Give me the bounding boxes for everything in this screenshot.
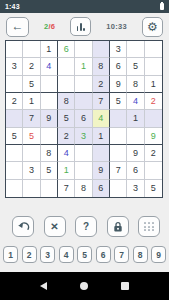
cell-r9c7[interactable]: [110, 180, 127, 197]
num-button-5[interactable]: 5: [77, 246, 92, 263]
cell-r5c2[interactable]: 7: [23, 110, 40, 127]
android-nav-bar: [0, 272, 169, 300]
num-button-3[interactable]: 3: [40, 246, 55, 263]
battery-icon: [160, 3, 164, 10]
cell-r2c5[interactable]: 1: [75, 58, 92, 75]
cell-r8c6[interactable]: 9: [93, 162, 110, 179]
cell-r1c9[interactable]: [145, 41, 162, 58]
cell-r7c2[interactable]: [23, 145, 40, 162]
cell-r1c4[interactable]: 6: [58, 41, 75, 58]
cell-r7c5[interactable]: [75, 145, 92, 162]
cell-r4c7[interactable]: 5: [110, 93, 127, 110]
dots-grid-icon: [144, 222, 154, 232]
timer: 10:33: [106, 22, 127, 31]
cell-r3c2[interactable]: 5: [23, 76, 40, 93]
cell-r6c8[interactable]: [127, 128, 144, 145]
cell-r4c4[interactable]: 8: [58, 93, 75, 110]
cell-r8c5[interactable]: [75, 162, 92, 179]
cell-r4c9[interactable]: 2: [145, 93, 162, 110]
cell-r4c2[interactable]: 1: [23, 93, 40, 110]
cell-r4c3[interactable]: [41, 93, 58, 110]
cell-r9c5[interactable]: 8: [75, 180, 92, 197]
nav-home-icon[interactable]: [80, 282, 89, 291]
cell-r2c6[interactable]: 8: [93, 58, 110, 75]
cell-r2c9[interactable]: [145, 58, 162, 75]
cell-r5c7[interactable]: [110, 110, 127, 127]
status-time: 1:43: [5, 3, 20, 10]
cell-r1c1[interactable]: [6, 41, 23, 58]
cell-r2c8[interactable]: 5: [127, 58, 144, 75]
cell-r3c9[interactable]: 1: [145, 76, 162, 93]
cell-r6c2[interactable]: 5: [23, 128, 40, 145]
lock-button[interactable]: [107, 216, 129, 237]
cell-r7c8[interactable]: 9: [127, 145, 144, 162]
number-pad: 123456789: [3, 246, 166, 263]
status-bar: 1:43: [0, 0, 169, 13]
cell-r4c6[interactable]: 7: [93, 93, 110, 110]
num-button-2[interactable]: 2: [22, 246, 37, 263]
cell-r9c1[interactable]: [6, 180, 23, 197]
cell-r9c3[interactable]: [41, 180, 58, 197]
toolbar: ✕ ?: [12, 216, 160, 237]
undo-arrow-icon: [17, 221, 30, 232]
cell-r3c8[interactable]: 8: [127, 76, 144, 93]
cell-r4c1[interactable]: 2: [6, 93, 23, 110]
cell-r8c1[interactable]: [6, 162, 23, 179]
question-mark-icon: ?: [83, 221, 89, 232]
cell-r6c9[interactable]: 9: [145, 128, 162, 145]
cell-r6c5[interactable]: 3: [75, 128, 92, 145]
cell-r4c8[interactable]: 4: [127, 93, 144, 110]
cell-r6c4[interactable]: 2: [58, 128, 75, 145]
num-button-6[interactable]: 6: [96, 246, 111, 263]
cell-r7c4[interactable]: 4: [58, 145, 75, 162]
cell-r3c4[interactable]: [58, 76, 75, 93]
counter-total: 6: [51, 22, 55, 31]
cell-r8c3[interactable]: 5: [41, 162, 58, 179]
cell-r5c9[interactable]: [145, 110, 162, 127]
cell-r3c7[interactable]: 9: [110, 76, 127, 93]
cell-r7c9[interactable]: 2: [145, 145, 162, 162]
cell-r9c9[interactable]: 5: [145, 180, 162, 197]
cell-r5c3[interactable]: 9: [41, 110, 58, 127]
cell-r1c6[interactable]: [93, 41, 110, 58]
cell-r3c6[interactable]: 2: [93, 76, 110, 93]
cell-r3c3[interactable]: [41, 76, 58, 93]
nav-back-icon[interactable]: [40, 282, 47, 290]
num-button-7[interactable]: 7: [114, 246, 129, 263]
sudoku-board: 1633241865529812187542795641552319849235…: [5, 40, 163, 198]
settings-button[interactable]: ⚙: [142, 17, 163, 37]
padlock-icon: [112, 221, 124, 233]
cell-r3c1[interactable]: [6, 76, 23, 93]
cell-r8c9[interactable]: [145, 162, 162, 179]
cell-r1c7[interactable]: 3: [110, 41, 127, 58]
cell-r9c2[interactable]: [23, 180, 40, 197]
gear-icon: ⚙: [147, 21, 158, 33]
cell-r5c8[interactable]: 1: [127, 110, 144, 127]
cell-r8c8[interactable]: 6: [127, 162, 144, 179]
cell-r6c7[interactable]: [110, 128, 127, 145]
cell-r2c1[interactable]: 3: [6, 58, 23, 75]
nav-recents-icon[interactable]: [121, 282, 129, 290]
num-button-1[interactable]: 1: [3, 246, 18, 263]
cell-r8c2[interactable]: 3: [23, 162, 40, 179]
undo-button[interactable]: [12, 216, 34, 237]
cell-r2c3[interactable]: 4: [41, 58, 58, 75]
x-icon: ✕: [50, 221, 58, 232]
cell-r5c4[interactable]: 5: [58, 110, 75, 127]
cell-r7c3[interactable]: 8: [41, 145, 58, 162]
cell-r6c6[interactable]: 1: [93, 128, 110, 145]
cell-r9c6[interactable]: 6: [93, 180, 110, 197]
mistakes-counter: 2/6: [44, 22, 55, 31]
cell-r2c2[interactable]: 2: [23, 58, 40, 75]
stats-button[interactable]: [70, 17, 91, 36]
cell-r7c6[interactable]: [93, 145, 110, 162]
num-button-4[interactable]: 4: [59, 246, 74, 263]
cell-r9c8[interactable]: 3: [127, 180, 144, 197]
notes-button[interactable]: [138, 216, 160, 237]
cell-r1c8[interactable]: [127, 41, 144, 58]
num-button-9[interactable]: 9: [151, 246, 166, 263]
cell-r6c3[interactable]: [41, 128, 58, 145]
back-arrow-icon: ←: [12, 19, 24, 33]
cell-r5c5[interactable]: 6: [75, 110, 92, 127]
cell-r1c2[interactable]: [23, 41, 40, 58]
cell-r8c4[interactable]: 1: [58, 162, 75, 179]
cell-r3c5[interactable]: [75, 76, 92, 93]
cell-r5c1[interactable]: [6, 110, 23, 127]
cell-r1c3[interactable]: 1: [41, 41, 58, 58]
cell-r7c7[interactable]: [110, 145, 127, 162]
num-button-8[interactable]: 8: [133, 246, 148, 263]
cell-r1c5[interactable]: [75, 41, 92, 58]
cell-r6c1[interactable]: 5: [6, 128, 23, 145]
back-button[interactable]: ←: [6, 17, 29, 37]
cell-r7c1[interactable]: [6, 145, 23, 162]
bar-chart-icon: [77, 23, 85, 31]
erase-button[interactable]: ✕: [44, 216, 66, 237]
cell-r4c5[interactable]: [75, 93, 92, 110]
cell-r8c7[interactable]: 7: [110, 162, 127, 179]
cell-r2c7[interactable]: 6: [110, 58, 127, 75]
cell-r2c4[interactable]: [58, 58, 75, 75]
cell-r9c4[interactable]: 7: [58, 180, 75, 197]
header: ← 2/6 10:33 ⚙: [0, 13, 169, 40]
cell-r5c6[interactable]: 4: [93, 110, 110, 127]
hint-button[interactable]: ?: [75, 216, 97, 237]
